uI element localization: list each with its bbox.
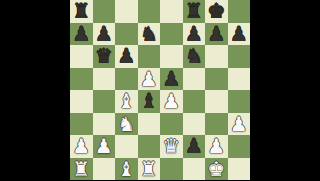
black-queen[interactable]: ♛ — [95, 45, 113, 68]
square-a2[interactable]: ♟ — [70, 135, 93, 158]
square-e5[interactable]: ♟ — [160, 68, 183, 91]
white-queen[interactable]: ♛ — [162, 135, 180, 158]
black-pawn[interactable]: ♟ — [185, 135, 203, 158]
square-d6[interactable] — [138, 45, 161, 68]
black-pawn[interactable]: ♟ — [72, 22, 90, 45]
square-b3[interactable] — [93, 113, 116, 136]
black-rook[interactable]: ♜ — [72, 0, 90, 22]
square-g5[interactable] — [205, 68, 228, 91]
black-bishop[interactable]: ♝ — [140, 90, 158, 113]
white-rook[interactable]: ♜ — [72, 157, 90, 180]
square-h1[interactable] — [228, 158, 251, 181]
square-c6[interactable]: ♟ — [115, 45, 138, 68]
square-f4[interactable] — [183, 90, 206, 113]
black-pawn[interactable]: ♟ — [185, 22, 203, 45]
square-d7[interactable]: ♞ — [138, 23, 161, 46]
square-e6[interactable] — [160, 45, 183, 68]
square-e2[interactable]: ♛ — [160, 135, 183, 158]
square-b4[interactable] — [93, 90, 116, 113]
square-a7[interactable]: ♟ — [70, 23, 93, 46]
square-g4[interactable] — [205, 90, 228, 113]
square-d8[interactable] — [138, 0, 161, 23]
square-h8[interactable] — [228, 0, 251, 23]
square-h5[interactable] — [228, 68, 251, 91]
square-d4[interactable]: ♝ — [138, 90, 161, 113]
chess-board: ♜♜♚♟♟♞♟♟♟♛♟♞♟♟♝♝♟♞♟♟♟♛♟♟♜♝♜♚ — [70, 0, 250, 180]
white-pawn[interactable]: ♟ — [140, 67, 158, 90]
square-g6[interactable] — [205, 45, 228, 68]
square-c7[interactable] — [115, 23, 138, 46]
square-e4[interactable]: ♟ — [160, 90, 183, 113]
square-h4[interactable] — [228, 90, 251, 113]
square-f2[interactable]: ♟ — [183, 135, 206, 158]
white-pawn[interactable]: ♟ — [162, 90, 180, 113]
square-f3[interactable] — [183, 113, 206, 136]
letterbox-right — [250, 0, 320, 180]
square-g1[interactable]: ♚ — [205, 158, 228, 181]
white-bishop[interactable]: ♝ — [117, 90, 135, 113]
white-rook[interactable]: ♜ — [140, 157, 158, 180]
square-d5[interactable]: ♟ — [138, 68, 161, 91]
square-h3[interactable]: ♟ — [228, 113, 251, 136]
square-a5[interactable] — [70, 68, 93, 91]
square-f7[interactable]: ♟ — [183, 23, 206, 46]
square-e7[interactable] — [160, 23, 183, 46]
black-pawn[interactable]: ♟ — [117, 45, 135, 68]
square-e1[interactable] — [160, 158, 183, 181]
square-b8[interactable] — [93, 0, 116, 23]
white-pawn[interactable]: ♟ — [95, 135, 113, 158]
black-rook[interactable]: ♜ — [185, 0, 203, 22]
square-c8[interactable] — [115, 0, 138, 23]
square-f8[interactable]: ♜ — [183, 0, 206, 23]
square-b5[interactable] — [93, 68, 116, 91]
black-knight[interactable]: ♞ — [185, 45, 203, 68]
square-g3[interactable] — [205, 113, 228, 136]
square-f6[interactable]: ♞ — [183, 45, 206, 68]
square-c5[interactable] — [115, 68, 138, 91]
square-a1[interactable]: ♜ — [70, 158, 93, 181]
square-e8[interactable] — [160, 0, 183, 23]
square-e3[interactable] — [160, 113, 183, 136]
square-c1[interactable]: ♝ — [115, 158, 138, 181]
square-a8[interactable]: ♜ — [70, 0, 93, 23]
black-knight[interactable]: ♞ — [140, 22, 158, 45]
square-g2[interactable]: ♟ — [205, 135, 228, 158]
square-b7[interactable]: ♟ — [93, 23, 116, 46]
letterbox-left — [0, 0, 70, 180]
white-pawn[interactable]: ♟ — [230, 112, 248, 135]
white-knight[interactable]: ♞ — [117, 112, 135, 135]
white-bishop[interactable]: ♝ — [117, 157, 135, 180]
square-b6[interactable]: ♛ — [93, 45, 116, 68]
black-pawn[interactable]: ♟ — [162, 67, 180, 90]
square-h6[interactable] — [228, 45, 251, 68]
square-c2[interactable] — [115, 135, 138, 158]
square-h2[interactable] — [228, 135, 251, 158]
square-f5[interactable] — [183, 68, 206, 91]
square-g7[interactable]: ♟ — [205, 23, 228, 46]
square-d1[interactable]: ♜ — [138, 158, 161, 181]
square-d3[interactable] — [138, 113, 161, 136]
square-b1[interactable] — [93, 158, 116, 181]
square-h7[interactable]: ♟ — [228, 23, 251, 46]
black-pawn[interactable]: ♟ — [95, 22, 113, 45]
square-g8[interactable]: ♚ — [205, 0, 228, 23]
white-king[interactable]: ♚ — [207, 157, 225, 180]
square-b2[interactable]: ♟ — [93, 135, 116, 158]
square-c3[interactable]: ♞ — [115, 113, 138, 136]
square-f1[interactable] — [183, 158, 206, 181]
square-a6[interactable] — [70, 45, 93, 68]
black-pawn[interactable]: ♟ — [230, 22, 248, 45]
square-d2[interactable] — [138, 135, 161, 158]
square-c4[interactable]: ♝ — [115, 90, 138, 113]
square-a4[interactable] — [70, 90, 93, 113]
square-a3[interactable] — [70, 113, 93, 136]
black-pawn[interactable]: ♟ — [207, 22, 225, 45]
black-king[interactable]: ♚ — [207, 0, 225, 22]
white-pawn[interactable]: ♟ — [207, 135, 225, 158]
white-pawn[interactable]: ♟ — [72, 135, 90, 158]
